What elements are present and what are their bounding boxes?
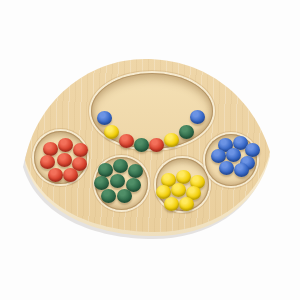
peg-blue[interactable] bbox=[234, 163, 249, 177]
sorting-board-photo bbox=[0, 0, 300, 300]
peg-blue[interactable] bbox=[190, 110, 205, 124]
peg-yellow[interactable] bbox=[179, 197, 194, 211]
peg-green[interactable] bbox=[94, 176, 109, 190]
peg-yellow[interactable] bbox=[104, 125, 119, 139]
peg-red[interactable] bbox=[57, 153, 72, 167]
peg-red[interactable] bbox=[119, 134, 134, 148]
peg-green[interactable] bbox=[101, 189, 116, 203]
peg-green[interactable] bbox=[98, 163, 113, 177]
peg-red[interactable] bbox=[58, 138, 73, 152]
peg-red[interactable] bbox=[73, 143, 88, 157]
peg-red[interactable] bbox=[48, 168, 63, 182]
peg-green[interactable] bbox=[110, 174, 125, 188]
peg-blue[interactable] bbox=[219, 161, 234, 175]
peg-yellow[interactable] bbox=[176, 170, 191, 184]
peg-green[interactable] bbox=[134, 138, 149, 152]
peg-green[interactable] bbox=[128, 164, 143, 178]
peg-red[interactable] bbox=[43, 142, 58, 156]
peg-red[interactable] bbox=[149, 138, 164, 152]
peg-blue[interactable] bbox=[245, 143, 260, 157]
peg-red[interactable] bbox=[63, 168, 78, 182]
peg-green[interactable] bbox=[179, 125, 194, 139]
peg-green[interactable] bbox=[113, 159, 128, 173]
peg-red[interactable] bbox=[40, 155, 55, 169]
peg-yellow[interactable] bbox=[164, 133, 179, 147]
peg-blue[interactable] bbox=[97, 111, 112, 125]
peg-blue[interactable] bbox=[226, 148, 241, 162]
peg-green[interactable] bbox=[117, 189, 132, 203]
peg-yellow[interactable] bbox=[164, 197, 179, 211]
peg-yellow[interactable] bbox=[171, 183, 186, 197]
